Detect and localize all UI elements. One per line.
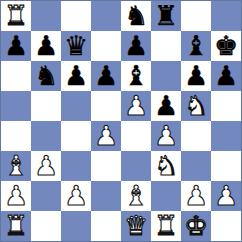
square-b4[interactable] xyxy=(31,121,61,151)
square-d2[interactable] xyxy=(91,181,121,211)
square-h7[interactable]: ♚ xyxy=(211,31,241,61)
black-pawn-icon: ♟ xyxy=(64,62,88,89)
square-f5[interactable]: ♟ xyxy=(151,91,181,121)
black-pawn-icon: ♟ xyxy=(94,62,118,89)
black-pawn-icon: ♟ xyxy=(124,32,148,59)
black-pawn-icon: ♟ xyxy=(154,92,178,119)
square-c8[interactable] xyxy=(61,1,91,31)
square-g3[interactable] xyxy=(181,151,211,181)
square-e3[interactable] xyxy=(121,151,151,181)
white-pawn-icon: ♟ xyxy=(4,182,28,209)
square-c5[interactable] xyxy=(61,91,91,121)
square-b2[interactable] xyxy=(31,181,61,211)
square-a6[interactable] xyxy=(1,61,31,91)
white-pawn-icon: ♟ xyxy=(34,152,58,179)
white-rook-icon: ♜ xyxy=(4,2,28,29)
white-rook-icon: ♜ xyxy=(154,212,178,239)
white-king-icon: ♚ xyxy=(184,212,208,239)
square-f3[interactable]: ♞ xyxy=(151,151,181,181)
square-a4[interactable] xyxy=(1,121,31,151)
white-pawn-icon: ♟ xyxy=(214,182,238,209)
black-bishop-icon: ♝ xyxy=(124,62,148,89)
white-pawn-icon: ♟ xyxy=(154,122,178,149)
square-a1[interactable]: ♜ xyxy=(1,211,31,241)
square-c3[interactable] xyxy=(61,151,91,181)
square-e6[interactable]: ♝ xyxy=(121,61,151,91)
square-a2[interactable]: ♟ xyxy=(1,181,31,211)
square-h5[interactable] xyxy=(211,91,241,121)
square-b8[interactable] xyxy=(31,1,61,31)
black-knight-icon: ♞ xyxy=(124,2,148,29)
square-h6[interactable]: ♟ xyxy=(211,61,241,91)
square-h1[interactable] xyxy=(211,211,241,241)
square-g1[interactable]: ♚ xyxy=(181,211,211,241)
square-c6[interactable]: ♟ xyxy=(61,61,91,91)
black-rook-icon: ♜ xyxy=(154,2,178,29)
square-e7[interactable]: ♟ xyxy=(121,31,151,61)
square-f1[interactable]: ♜ xyxy=(151,211,181,241)
square-b7[interactable]: ♟ xyxy=(31,31,61,61)
black-queen-icon: ♛ xyxy=(64,32,88,59)
white-pawn-icon: ♟ xyxy=(184,182,208,209)
square-d4[interactable]: ♟ xyxy=(91,121,121,151)
square-f7[interactable] xyxy=(151,31,181,61)
square-g2[interactable]: ♟ xyxy=(181,181,211,211)
square-f8[interactable]: ♜ xyxy=(151,1,181,31)
square-g6[interactable]: ♟ xyxy=(181,61,211,91)
square-c7[interactable]: ♛ xyxy=(61,31,91,61)
square-h2[interactable]: ♟ xyxy=(211,181,241,211)
square-h4[interactable] xyxy=(211,121,241,151)
white-knight-icon: ♞ xyxy=(184,92,208,119)
white-queen-icon: ♛ xyxy=(124,212,148,239)
square-a7[interactable]: ♟ xyxy=(1,31,31,61)
square-e5[interactable]: ♟ xyxy=(121,91,151,121)
square-a3[interactable]: ♝ xyxy=(1,151,31,181)
white-knight-icon: ♞ xyxy=(154,152,178,179)
square-e1[interactable]: ♛ xyxy=(121,211,151,241)
square-g7[interactable]: ♝ xyxy=(181,31,211,61)
black-bishop-icon: ♝ xyxy=(184,32,208,59)
square-d6[interactable]: ♟ xyxy=(91,61,121,91)
square-g4[interactable] xyxy=(181,121,211,151)
black-king-icon: ♚ xyxy=(214,32,238,59)
square-d3[interactable] xyxy=(91,151,121,181)
square-b1[interactable] xyxy=(31,211,61,241)
chess-board: ♜♞♜♟♟♛♟♝♚♞♟♟♝♟♟♟♟♞♟♟♝♟♞♟♟♝♟♟♜♛♜♚ xyxy=(0,0,242,242)
white-pawn-icon: ♟ xyxy=(94,122,118,149)
square-c4[interactable] xyxy=(61,121,91,151)
square-g5[interactable]: ♞ xyxy=(181,91,211,121)
white-pawn-icon: ♟ xyxy=(124,92,148,119)
black-pawn-icon: ♟ xyxy=(184,62,208,89)
square-b6[interactable]: ♞ xyxy=(31,61,61,91)
square-a5[interactable] xyxy=(1,91,31,121)
square-b5[interactable] xyxy=(31,91,61,121)
square-f6[interactable] xyxy=(151,61,181,91)
square-c1[interactable] xyxy=(61,211,91,241)
square-g8[interactable] xyxy=(181,1,211,31)
square-e2[interactable]: ♝ xyxy=(121,181,151,211)
white-rook-icon: ♜ xyxy=(4,212,28,239)
black-pawn-icon: ♟ xyxy=(214,62,238,89)
square-h3[interactable] xyxy=(211,151,241,181)
square-f4[interactable]: ♟ xyxy=(151,121,181,151)
white-bishop-icon: ♝ xyxy=(4,152,28,179)
square-d8[interactable] xyxy=(91,1,121,31)
square-b3[interactable]: ♟ xyxy=(31,151,61,181)
black-pawn-icon: ♟ xyxy=(4,32,28,59)
square-a8[interactable]: ♜ xyxy=(1,1,31,31)
square-d1[interactable] xyxy=(91,211,121,241)
square-e4[interactable] xyxy=(121,121,151,151)
square-d7[interactable] xyxy=(91,31,121,61)
square-c2[interactable]: ♟ xyxy=(61,181,91,211)
white-pawn-icon: ♟ xyxy=(64,182,88,209)
square-e8[interactable]: ♞ xyxy=(121,1,151,31)
black-knight-icon: ♞ xyxy=(34,62,58,89)
square-h8[interactable] xyxy=(211,1,241,31)
white-bishop-icon: ♝ xyxy=(124,182,148,209)
square-f2[interactable] xyxy=(151,181,181,211)
square-d5[interactable] xyxy=(91,91,121,121)
black-pawn-icon: ♟ xyxy=(34,32,58,59)
